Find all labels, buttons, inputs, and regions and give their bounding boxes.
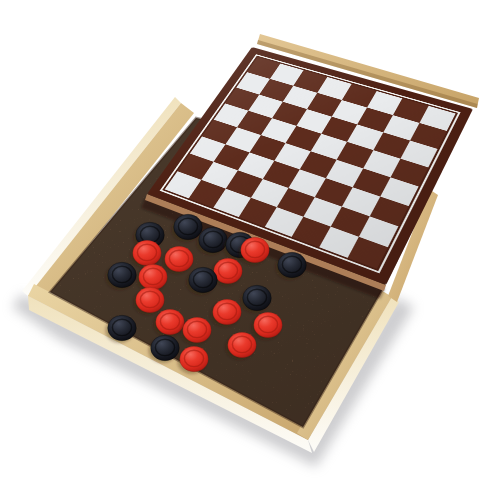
product-photo — [0, 0, 500, 500]
